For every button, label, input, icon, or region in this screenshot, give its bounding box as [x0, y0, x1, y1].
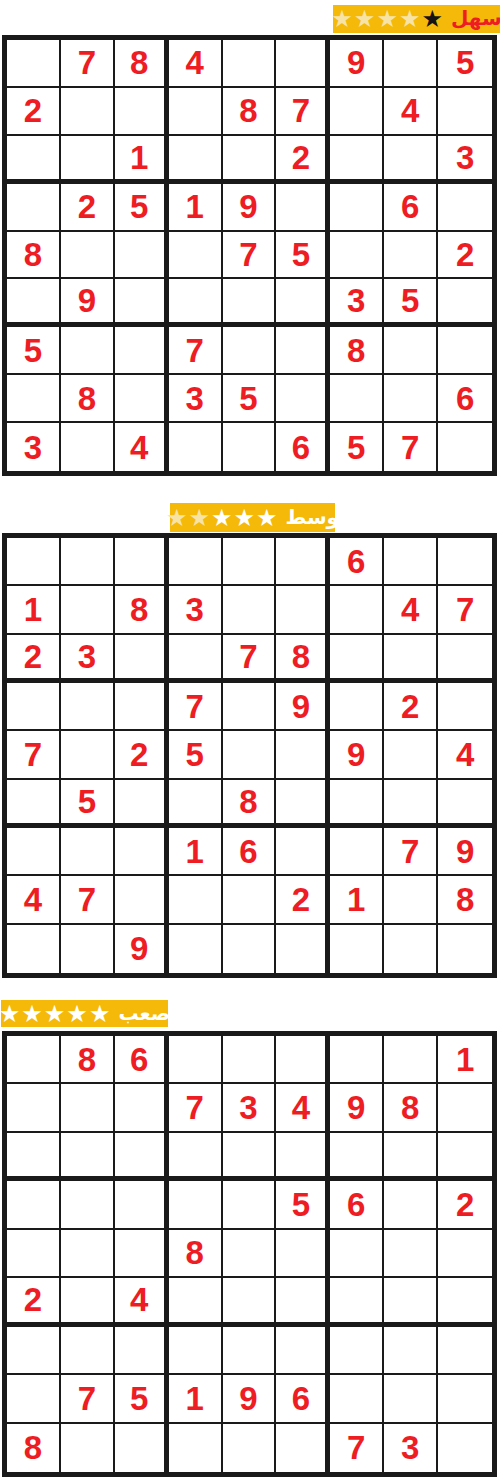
cell-hard-r3c4[interactable]	[169, 1133, 223, 1181]
cell-hard-r6c2[interactable]	[61, 1278, 115, 1326]
cell-hard-r9c2[interactable]	[61, 1424, 115, 1472]
cell-hard-r9c8[interactable]: 3	[384, 1424, 438, 1472]
cell-medium-r9c5[interactable]	[223, 925, 277, 973]
cell-medium-r6c8[interactable]	[384, 780, 438, 828]
cell-medium-r2c8[interactable]: 4	[384, 586, 438, 634]
cell-hard-r7c4[interactable]	[169, 1327, 223, 1375]
cell-medium-r8c9[interactable]: 8	[438, 876, 492, 924]
cell-medium-r2c5[interactable]	[223, 586, 277, 634]
cell-hard-r6c9[interactable]	[438, 1278, 492, 1326]
cell-easy-r5c2[interactable]	[61, 232, 115, 280]
cell-hard-r2c3[interactable]	[115, 1084, 169, 1132]
cell-hard-r8c5[interactable]: 9	[223, 1375, 277, 1423]
cell-easy-r2c1[interactable]: 2	[7, 88, 61, 136]
cell-hard-r1c3[interactable]: 6	[115, 1036, 169, 1084]
cell-hard-r5c8[interactable]	[384, 1230, 438, 1278]
cell-hard-r5c6[interactable]	[276, 1230, 330, 1278]
cell-hard-r8c3[interactable]: 5	[115, 1375, 169, 1423]
cell-hard-r6c4[interactable]	[169, 1278, 223, 1326]
cell-easy-r3c8[interactable]	[384, 136, 438, 184]
cell-medium-r6c7[interactable]	[330, 780, 384, 828]
cell-medium-r4c3[interactable]	[115, 683, 169, 731]
cell-hard-r2c1[interactable]	[7, 1084, 61, 1132]
cell-medium-r8c3[interactable]	[115, 876, 169, 924]
cell-medium-r3c2[interactable]: 3	[61, 635, 115, 683]
cell-hard-r9c7[interactable]: 7	[330, 1424, 384, 1472]
difficulty-label-hard: صعب	[118, 1003, 170, 1025]
cell-medium-r3c8[interactable]	[384, 635, 438, 683]
cell-easy-r6c5[interactable]	[223, 279, 277, 327]
cell-easy-r6c8[interactable]: 5	[384, 279, 438, 327]
cell-easy-r6c1[interactable]	[7, 279, 61, 327]
cell-hard-r5c9[interactable]	[438, 1230, 492, 1278]
cell-medium-r7c5[interactable]: 6	[223, 828, 277, 876]
cell-medium-r5c8[interactable]	[384, 731, 438, 779]
cell-medium-r4c6[interactable]: 9	[276, 683, 330, 731]
cell-easy-r6c2[interactable]: 9	[61, 279, 115, 327]
cell-easy-r8c5[interactable]: 5	[223, 375, 277, 423]
pale-star-icon: ★	[399, 7, 421, 31]
cell-medium-r8c2[interactable]: 7	[61, 876, 115, 924]
cell-hard-r2c7[interactable]: 9	[330, 1084, 384, 1132]
cell-easy-r6c6[interactable]	[276, 279, 330, 327]
white-star-icon: ★	[89, 1002, 111, 1026]
cell-easy-r1c6[interactable]	[276, 40, 330, 88]
cell-easy-r6c7[interactable]: 3	[330, 279, 384, 327]
cell-medium-r7c8[interactable]: 7	[384, 828, 438, 876]
cell-easy-r6c4[interactable]	[169, 279, 223, 327]
cell-easy-r7c7[interactable]: 8	[330, 327, 384, 375]
cell-hard-r8c8[interactable]	[384, 1375, 438, 1423]
cell-medium-r2c7[interactable]	[330, 586, 384, 634]
cell-hard-r3c6[interactable]	[276, 1133, 330, 1181]
pale-star-icon: ★	[376, 7, 398, 31]
cell-hard-r5c5[interactable]	[223, 1230, 277, 1278]
cell-hard-r6c5[interactable]	[223, 1278, 277, 1326]
cell-medium-r7c6[interactable]	[276, 828, 330, 876]
cell-hard-r4c6[interactable]: 5	[276, 1181, 330, 1229]
cell-easy-r9c3[interactable]: 4	[115, 423, 169, 471]
cell-hard-r8c2[interactable]: 7	[61, 1375, 115, 1423]
cell-hard-r9c5[interactable]	[223, 1424, 277, 1472]
cell-medium-r6c3[interactable]	[115, 780, 169, 828]
cell-easy-r7c3[interactable]	[115, 327, 169, 375]
cell-medium-r6c4[interactable]	[169, 780, 223, 828]
cell-hard-r8c4[interactable]: 1	[169, 1375, 223, 1423]
cell-easy-r9c4[interactable]	[169, 423, 223, 471]
cell-hard-r9c6[interactable]	[276, 1424, 330, 1472]
cell-medium-r5c2[interactable]	[61, 731, 115, 779]
cell-medium-r1c5[interactable]	[223, 538, 277, 586]
cell-medium-r1c9[interactable]	[438, 538, 492, 586]
cell-easy-r8c8[interactable]	[384, 375, 438, 423]
difficulty-label-medium: وسط	[286, 507, 340, 529]
cell-medium-r4c1[interactable]	[7, 683, 61, 731]
pale-star-icon: ★	[331, 7, 353, 31]
cell-easy-r7c6[interactable]	[276, 327, 330, 375]
cell-easy-r5c9[interactable]: 2	[438, 232, 492, 280]
cell-medium-r6c2[interactable]: 5	[61, 780, 115, 828]
cell-easy-r8c6[interactable]	[276, 375, 330, 423]
cell-hard-r8c7[interactable]	[330, 1375, 384, 1423]
cell-easy-r4c6[interactable]	[276, 184, 330, 232]
difficulty-banner-hard: ★★★★★ صعب	[1, 1000, 168, 1027]
cell-hard-r8c6[interactable]: 6	[276, 1375, 330, 1423]
cell-easy-r2c7[interactable]	[330, 88, 384, 136]
cell-hard-r5c2[interactable]	[61, 1230, 115, 1278]
cell-hard-r4c2[interactable]	[61, 1181, 115, 1229]
cell-easy-r1c2[interactable]: 7	[61, 40, 115, 88]
white-star-icon: ★	[21, 1002, 43, 1026]
cell-hard-r5c1[interactable]	[7, 1230, 61, 1278]
cell-hard-r7c5[interactable]	[223, 1327, 277, 1375]
cell-medium-r9c9[interactable]	[438, 925, 492, 973]
cell-medium-r7c2[interactable]	[61, 828, 115, 876]
cell-medium-r8c5[interactable]	[223, 876, 277, 924]
cell-easy-r8c2[interactable]: 8	[61, 375, 115, 423]
cell-medium-r4c5[interactable]	[223, 683, 277, 731]
cell-easy-r8c7[interactable]	[330, 375, 384, 423]
cell-easy-r5c5[interactable]: 7	[223, 232, 277, 280]
cell-easy-r1c1[interactable]	[7, 40, 61, 88]
cell-easy-r5c8[interactable]	[384, 232, 438, 280]
cell-easy-r1c5[interactable]	[223, 40, 277, 88]
cell-medium-r9c2[interactable]	[61, 925, 115, 973]
cell-easy-r1c9[interactable]: 5	[438, 40, 492, 88]
cell-easy-r4c4[interactable]: 1	[169, 184, 223, 232]
cell-easy-r9c8[interactable]: 7	[384, 423, 438, 471]
cell-easy-r8c1[interactable]	[7, 375, 61, 423]
cell-medium-r3c1[interactable]: 2	[7, 635, 61, 683]
cell-hard-r2c6[interactable]: 4	[276, 1084, 330, 1132]
cell-medium-r7c3[interactable]	[115, 828, 169, 876]
cell-hard-r9c9[interactable]	[438, 1424, 492, 1472]
white-star-icon: ★	[211, 506, 233, 530]
cell-easy-r5c6[interactable]: 5	[276, 232, 330, 280]
cell-medium-r2c2[interactable]	[61, 586, 115, 634]
cell-easy-r1c4[interactable]: 4	[169, 40, 223, 88]
cell-hard-r3c2[interactable]	[61, 1133, 115, 1181]
cell-hard-r4c1[interactable]	[7, 1181, 61, 1229]
cell-easy-r6c9[interactable]	[438, 279, 492, 327]
cell-medium-r5c4[interactable]: 5	[169, 731, 223, 779]
cell-hard-r6c8[interactable]	[384, 1278, 438, 1326]
cell-medium-r1c8[interactable]	[384, 538, 438, 586]
cell-hard-r1c2[interactable]: 8	[61, 1036, 115, 1084]
cell-easy-r4c5[interactable]: 9	[223, 184, 277, 232]
cell-medium-r4c2[interactable]	[61, 683, 115, 731]
cell-easy-r3c3[interactable]: 1	[115, 136, 169, 184]
cell-hard-r8c9[interactable]	[438, 1375, 492, 1423]
cell-easy-r4c3[interactable]: 5	[115, 184, 169, 232]
cell-medium-r2c1[interactable]: 1	[7, 586, 61, 634]
cell-medium-r9c6[interactable]	[276, 925, 330, 973]
cell-medium-r6c9[interactable]	[438, 780, 492, 828]
star-rating-easy: ★★★★★	[331, 7, 443, 31]
cell-medium-r4c9[interactable]	[438, 683, 492, 731]
cell-easy-r1c3[interactable]: 8	[115, 40, 169, 88]
sudoku-board-hard: 8617349856282475196873	[2, 1031, 497, 1477]
cell-hard-r1c8[interactable]	[384, 1036, 438, 1084]
cell-easy-r4c9[interactable]	[438, 184, 492, 232]
cell-hard-r3c1[interactable]	[7, 1133, 61, 1181]
cell-easy-r1c7[interactable]: 9	[330, 40, 384, 88]
cell-medium-r5c9[interactable]: 4	[438, 731, 492, 779]
cell-easy-r3c5[interactable]	[223, 136, 277, 184]
cell-hard-r2c5[interactable]: 3	[223, 1084, 277, 1132]
cell-hard-r6c7[interactable]	[330, 1278, 384, 1326]
cell-easy-r7c4[interactable]: 7	[169, 327, 223, 375]
cell-medium-r4c4[interactable]: 7	[169, 683, 223, 731]
cell-hard-r3c9[interactable]	[438, 1133, 492, 1181]
cell-medium-r3c9[interactable]	[438, 635, 492, 683]
cell-easy-r9c9[interactable]	[438, 423, 492, 471]
difficulty-banner-easy: ★★★★★ سهل	[333, 5, 500, 33]
cell-easy-r7c2[interactable]	[61, 327, 115, 375]
cell-medium-r1c3[interactable]	[115, 538, 169, 586]
cell-hard-r9c4[interactable]	[169, 1424, 223, 1472]
cell-hard-r2c8[interactable]: 8	[384, 1084, 438, 1132]
cell-medium-r8c6[interactable]: 2	[276, 876, 330, 924]
cell-easy-r5c1[interactable]: 8	[7, 232, 61, 280]
cell-hard-r7c7[interactable]	[330, 1327, 384, 1375]
cell-hard-r2c4[interactable]: 7	[169, 1084, 223, 1132]
cell-easy-r7c1[interactable]: 5	[7, 327, 61, 375]
cell-easy-r2c8[interactable]: 4	[384, 88, 438, 136]
cell-easy-r9c5[interactable]	[223, 423, 277, 471]
cell-hard-r3c3[interactable]	[115, 1133, 169, 1181]
cell-hard-r1c4[interactable]	[169, 1036, 223, 1084]
cell-medium-r5c7[interactable]: 9	[330, 731, 384, 779]
cell-easy-r5c3[interactable]	[115, 232, 169, 280]
cell-hard-r2c2[interactable]	[61, 1084, 115, 1132]
difficulty-banner-medium: ★★★★★ وسط	[170, 503, 335, 532]
cell-hard-r1c1[interactable]	[7, 1036, 61, 1084]
cell-medium-r2c4[interactable]: 3	[169, 586, 223, 634]
cell-hard-r1c6[interactable]	[276, 1036, 330, 1084]
cell-hard-r6c3[interactable]: 4	[115, 1278, 169, 1326]
cell-medium-r8c8[interactable]	[384, 876, 438, 924]
cell-easy-r8c9[interactable]: 6	[438, 375, 492, 423]
cell-hard-r5c7[interactable]	[330, 1230, 384, 1278]
sudoku-board-medium: 618347237879272594581679472189	[2, 533, 497, 978]
cell-medium-r5c3[interactable]: 2	[115, 731, 169, 779]
cell-hard-r9c3[interactable]	[115, 1424, 169, 1472]
cell-easy-r8c4[interactable]: 3	[169, 375, 223, 423]
cell-medium-r6c6[interactable]	[276, 780, 330, 828]
cell-easy-r5c4[interactable]	[169, 232, 223, 280]
cell-medium-r2c6[interactable]	[276, 586, 330, 634]
cell-easy-r4c7[interactable]	[330, 184, 384, 232]
cell-hard-r1c5[interactable]	[223, 1036, 277, 1084]
cell-hard-r4c7[interactable]: 6	[330, 1181, 384, 1229]
cell-medium-r3c5[interactable]: 7	[223, 635, 277, 683]
cell-medium-r2c9[interactable]: 7	[438, 586, 492, 634]
cell-hard-r3c7[interactable]	[330, 1133, 384, 1181]
cell-hard-r7c8[interactable]	[384, 1327, 438, 1375]
cell-medium-r8c1[interactable]: 4	[7, 876, 61, 924]
cell-easy-r2c9[interactable]	[438, 88, 492, 136]
cell-medium-r9c1[interactable]	[7, 925, 61, 973]
white-star-icon: ★	[256, 506, 278, 530]
cell-easy-r1c8[interactable]	[384, 40, 438, 88]
cell-hard-r4c4[interactable]	[169, 1181, 223, 1229]
cell-hard-r5c4[interactable]: 8	[169, 1230, 223, 1278]
cell-hard-r7c2[interactable]	[61, 1327, 115, 1375]
cell-hard-r4c3[interactable]	[115, 1181, 169, 1229]
cell-hard-r7c9[interactable]	[438, 1327, 492, 1375]
cell-medium-r3c6[interactable]: 8	[276, 635, 330, 683]
cell-hard-r5c3[interactable]	[115, 1230, 169, 1278]
cell-medium-r2c3[interactable]: 8	[115, 586, 169, 634]
cell-hard-r6c1[interactable]: 2	[7, 1278, 61, 1326]
cell-medium-r9c8[interactable]	[384, 925, 438, 973]
cell-hard-r3c5[interactable]	[223, 1133, 277, 1181]
cell-easy-r3c9[interactable]: 3	[438, 136, 492, 184]
cell-medium-r1c7[interactable]: 6	[330, 538, 384, 586]
white-star-icon: ★	[0, 1002, 20, 1026]
cell-hard-r7c6[interactable]	[276, 1327, 330, 1375]
cell-hard-r9c1[interactable]: 8	[7, 1424, 61, 1472]
cell-medium-r1c2[interactable]	[61, 538, 115, 586]
cell-easy-r3c2[interactable]	[61, 136, 115, 184]
cell-easy-r3c6[interactable]: 2	[276, 136, 330, 184]
cell-easy-r8c3[interactable]	[115, 375, 169, 423]
cell-medium-r3c3[interactable]	[115, 635, 169, 683]
cell-easy-r9c2[interactable]	[61, 423, 115, 471]
cell-medium-r8c4[interactable]	[169, 876, 223, 924]
cell-easy-r2c4[interactable]	[169, 88, 223, 136]
cell-medium-r3c4[interactable]	[169, 635, 223, 683]
cell-easy-r5c7[interactable]	[330, 232, 384, 280]
cell-medium-r7c7[interactable]	[330, 828, 384, 876]
cell-hard-r7c1[interactable]	[7, 1327, 61, 1375]
cell-medium-r9c7[interactable]	[330, 925, 384, 973]
cell-medium-r5c5[interactable]	[223, 731, 277, 779]
white-star-icon: ★	[44, 1002, 66, 1026]
cell-easy-r4c8[interactable]: 6	[384, 184, 438, 232]
cell-hard-r6c6[interactable]	[276, 1278, 330, 1326]
cell-medium-r7c1[interactable]	[7, 828, 61, 876]
cell-easy-r9c6[interactable]: 6	[276, 423, 330, 471]
cell-easy-r2c5[interactable]: 8	[223, 88, 277, 136]
cell-easy-r7c5[interactable]	[223, 327, 277, 375]
cell-medium-r4c7[interactable]	[330, 683, 384, 731]
cell-easy-r3c4[interactable]	[169, 136, 223, 184]
cell-hard-r3c8[interactable]	[384, 1133, 438, 1181]
cell-hard-r4c8[interactable]	[384, 1181, 438, 1229]
cell-medium-r6c1[interactable]	[7, 780, 61, 828]
cell-medium-r6c5[interactable]: 8	[223, 780, 277, 828]
cell-medium-r9c3[interactable]: 9	[115, 925, 169, 973]
cell-medium-r1c1[interactable]	[7, 538, 61, 586]
cell-easy-r4c1[interactable]	[7, 184, 61, 232]
white-star-icon: ★	[66, 1002, 88, 1026]
difficulty-label-easy: سهل	[451, 8, 500, 30]
cell-medium-r1c4[interactable]	[169, 538, 223, 586]
cell-hard-r1c9[interactable]: 1	[438, 1036, 492, 1084]
cell-hard-r4c9[interactable]: 2	[438, 1181, 492, 1229]
cell-hard-r2c9[interactable]	[438, 1084, 492, 1132]
star-rating-medium: ★★★★★	[166, 506, 278, 530]
cell-easy-r4c2[interactable]: 2	[61, 184, 115, 232]
white-star-icon: ★	[234, 506, 256, 530]
cell-easy-r3c7[interactable]	[330, 136, 384, 184]
cell-easy-r9c1[interactable]: 3	[7, 423, 61, 471]
cell-medium-r7c9[interactable]: 9	[438, 828, 492, 876]
cell-easy-r2c6[interactable]: 7	[276, 88, 330, 136]
cell-hard-r1c7[interactable]	[330, 1036, 384, 1084]
pale-star-icon: ★	[188, 506, 210, 530]
cell-easy-r2c3[interactable]	[115, 88, 169, 136]
black-star-icon: ★	[421, 7, 443, 31]
cell-easy-r3c1[interactable]	[7, 136, 61, 184]
cell-medium-r8c7[interactable]: 1	[330, 876, 384, 924]
cell-medium-r1c6[interactable]	[276, 538, 330, 586]
pale-star-icon: ★	[354, 7, 376, 31]
cell-hard-r7c3[interactable]	[115, 1327, 169, 1375]
sudoku-board-easy: 784952874123251968752935578835634657	[2, 35, 497, 476]
cell-easy-r2c2[interactable]	[61, 88, 115, 136]
cell-easy-r6c3[interactable]	[115, 279, 169, 327]
cell-hard-r8c1[interactable]	[7, 1375, 61, 1423]
cell-medium-r5c1[interactable]: 7	[7, 731, 61, 779]
cell-medium-r4c8[interactable]: 2	[384, 683, 438, 731]
cell-medium-r9c4[interactable]	[169, 925, 223, 973]
cell-medium-r7c4[interactable]: 1	[169, 828, 223, 876]
cell-medium-r3c7[interactable]	[330, 635, 384, 683]
star-rating-hard: ★★★★★	[0, 1002, 110, 1026]
cell-easy-r7c8[interactable]	[384, 327, 438, 375]
cell-hard-r4c5[interactable]	[223, 1181, 277, 1229]
cell-medium-r5c6[interactable]	[276, 731, 330, 779]
cell-easy-r9c7[interactable]: 5	[330, 423, 384, 471]
cell-easy-r7c9[interactable]	[438, 327, 492, 375]
pale-star-icon: ★	[166, 506, 188, 530]
